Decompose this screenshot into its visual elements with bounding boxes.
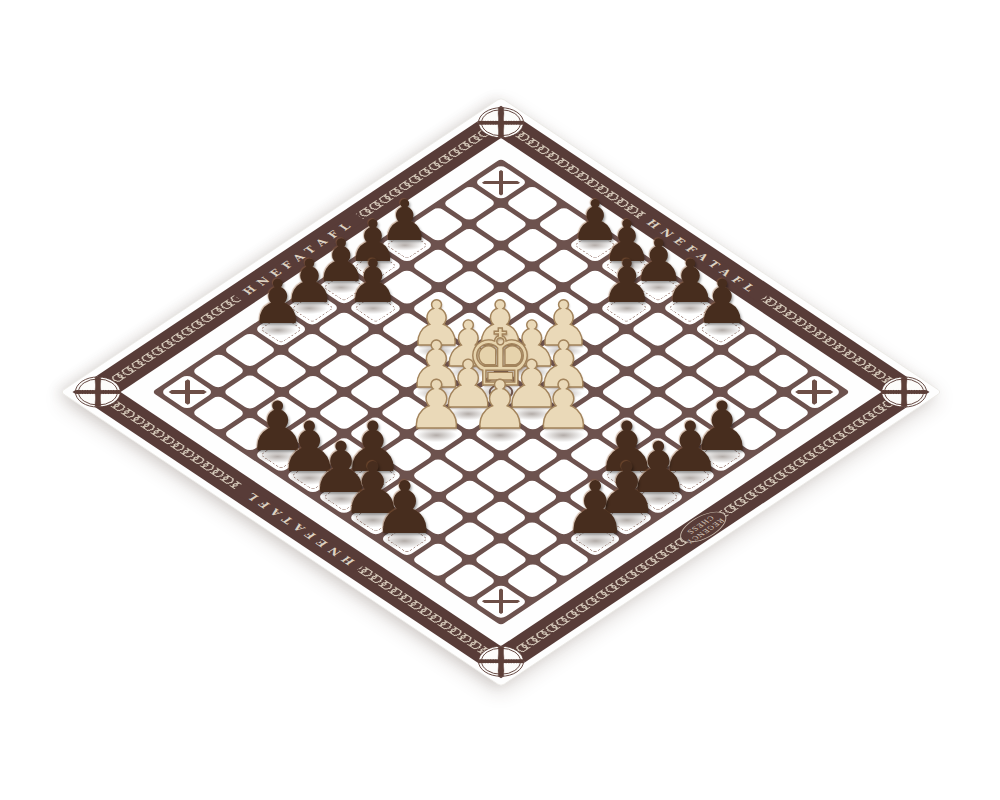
- attacker-piece[interactable]: ♟: [372, 473, 437, 546]
- attacker-piece[interactable]: ♟: [250, 272, 305, 333]
- defender-piece[interactable]: ♟: [534, 373, 594, 440]
- brand-logo: REGENCY CHESS: [672, 506, 734, 548]
- corner-knot-icon: [482, 589, 520, 614]
- attacker-glyph: ♟: [600, 252, 654, 312]
- defender-glyph: ♟: [534, 373, 594, 440]
- defender-glyph: ♟: [407, 373, 467, 440]
- attacker-glyph: ♟: [563, 473, 628, 546]
- attacker-glyph: ♟: [695, 272, 750, 333]
- defender-piece[interactable]: ♟: [470, 373, 530, 440]
- defender-piece[interactable]: ♟: [407, 373, 467, 440]
- defender-glyph: ♟: [470, 373, 530, 440]
- board-photo-scene: HNEFATAFL HNEFATAFL HNEFATAFL REGENCY CH…: [0, 0, 1000, 800]
- attacker-glyph: ♟: [250, 272, 305, 333]
- corner-knot-icon: [168, 379, 206, 404]
- attacker-piece[interactable]: ♟: [346, 252, 400, 312]
- corner-knot-icon: [796, 379, 834, 404]
- attacker-piece[interactable]: ♟: [563, 473, 628, 546]
- attacker-glyph: ♟: [372, 473, 437, 546]
- attacker-piece[interactable]: ♟: [600, 252, 654, 312]
- attacker-piece[interactable]: ♟: [695, 272, 750, 333]
- attacker-glyph: ♟: [346, 252, 400, 312]
- corner-knot-icon: [482, 170, 520, 195]
